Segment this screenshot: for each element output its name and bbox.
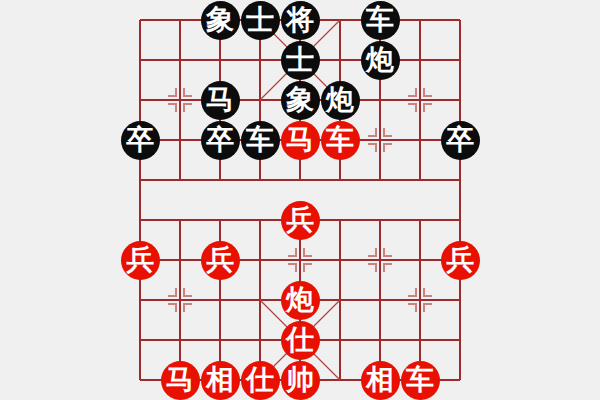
black-horse[interactable]: 马 <box>201 81 240 120</box>
red-horse[interactable]: 马 <box>161 361 200 400</box>
red-advisor[interactable]: 仕 <box>241 361 280 400</box>
red-soldier[interactable]: 兵 <box>281 201 320 240</box>
xiangqi-board[interactable]: 象士将车士炮马象炮卒卒车马车卒兵兵兵兵炮仕马相仕帅相车 <box>120 0 480 400</box>
black-soldier[interactable]: 卒 <box>441 121 480 160</box>
red-advisor[interactable]: 仕 <box>281 321 320 360</box>
black-advisor[interactable]: 士 <box>281 41 320 80</box>
black-chariot[interactable]: 车 <box>241 121 280 160</box>
red-horse[interactable]: 马 <box>281 121 320 160</box>
red-soldier[interactable]: 兵 <box>121 241 160 280</box>
black-soldier[interactable]: 卒 <box>121 121 160 160</box>
red-chariot[interactable]: 车 <box>321 121 360 160</box>
red-elephant[interactable]: 相 <box>361 361 400 400</box>
red-chariot[interactable]: 车 <box>401 361 440 400</box>
red-cannon[interactable]: 炮 <box>281 281 320 320</box>
red-soldier[interactable]: 兵 <box>441 241 480 280</box>
black-soldier[interactable]: 卒 <box>201 121 240 160</box>
black-advisor[interactable]: 士 <box>241 1 280 40</box>
black-elephant[interactable]: 象 <box>201 1 240 40</box>
black-elephant[interactable]: 象 <box>281 81 320 120</box>
xiangqi-diagram: 象士将车士炮马象炮卒卒车马车卒兵兵兵兵炮仕马相仕帅相车 <box>0 0 600 400</box>
red-soldier[interactable]: 兵 <box>201 241 240 280</box>
black-chariot[interactable]: 车 <box>361 1 400 40</box>
red-king[interactable]: 帅 <box>281 361 320 400</box>
red-elephant[interactable]: 相 <box>201 361 240 400</box>
black-cannon[interactable]: 炮 <box>321 81 360 120</box>
black-cannon[interactable]: 炮 <box>361 41 400 80</box>
black-general[interactable]: 将 <box>281 1 320 40</box>
